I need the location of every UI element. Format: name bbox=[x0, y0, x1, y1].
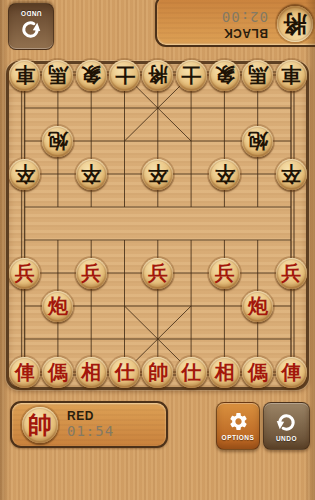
black-player-timer: 02:00 bbox=[221, 9, 268, 25]
piece-glyph: 象 bbox=[81, 65, 101, 85]
piece-black[interactable]: 卒 bbox=[209, 159, 240, 190]
piece-red[interactable]: 俥 bbox=[9, 357, 40, 388]
piece-black[interactable]: 馬 bbox=[242, 60, 273, 91]
board-point: 兵 bbox=[75, 257, 108, 290]
board-point: 兵 bbox=[8, 257, 41, 290]
board-point: 帥 bbox=[141, 356, 174, 389]
piece-glyph: 兵 bbox=[15, 263, 35, 283]
piece-glyph: 卒 bbox=[281, 164, 301, 184]
piece-black[interactable]: 將 bbox=[142, 60, 173, 91]
piece-glyph: 俥 bbox=[15, 362, 35, 382]
piece-black[interactable]: 卒 bbox=[9, 159, 40, 190]
piece-glyph: 士 bbox=[115, 65, 135, 85]
piece-glyph: 車 bbox=[15, 65, 35, 85]
piece-red[interactable]: 兵 bbox=[9, 258, 40, 289]
piece-glyph: 馬 bbox=[248, 65, 268, 85]
piece-glyph: 炮 bbox=[248, 131, 268, 151]
piece-red[interactable]: 兵 bbox=[209, 258, 240, 289]
piece-glyph: 炮 bbox=[48, 296, 68, 316]
piece-red[interactable]: 兵 bbox=[142, 258, 173, 289]
red-player-timer: 01:54 bbox=[67, 423, 114, 439]
piece-black[interactable]: 卒 bbox=[76, 159, 107, 190]
undo-button-red[interactable]: UNDO bbox=[263, 402, 310, 450]
xiangqi-board[interactable]: 車馬象士將士象馬車炮炮卒卒卒卒卒兵兵兵兵兵炮炮俥傌相仕帥仕相傌俥 bbox=[6, 61, 309, 390]
xiangqi-board-grid[interactable]: 車馬象士將士象馬車炮炮卒卒卒卒卒兵兵兵兵兵炮炮俥傌相仕帥仕相傌俥 bbox=[8, 59, 308, 389]
board-point: 相 bbox=[75, 356, 108, 389]
options-button-label: OPTIONS bbox=[222, 434, 255, 441]
piece-black[interactable]: 馬 bbox=[42, 60, 73, 91]
piece-glyph: 相 bbox=[215, 362, 235, 382]
undo-button-black[interactable]: UNDO bbox=[8, 3, 54, 50]
red-player-panel: 帥 RED 01:54 bbox=[10, 401, 168, 448]
board-point: 俥 bbox=[275, 356, 308, 389]
board-point: 兵 bbox=[208, 257, 241, 290]
board-point: 馬 bbox=[241, 59, 274, 92]
black-avatar-glyph: 將 bbox=[283, 12, 307, 36]
undo-button-label: UNDO bbox=[20, 11, 41, 18]
board-point: 卒 bbox=[141, 158, 174, 191]
piece-red[interactable]: 仕 bbox=[176, 357, 207, 388]
piece-black[interactable]: 卒 bbox=[276, 159, 307, 190]
board-point: 仕 bbox=[175, 356, 208, 389]
piece-glyph: 炮 bbox=[48, 131, 68, 151]
piece-glyph: 炮 bbox=[248, 296, 268, 316]
black-player-name: BLACK bbox=[221, 25, 268, 39]
piece-black[interactable]: 車 bbox=[276, 60, 307, 91]
piece-glyph: 俥 bbox=[281, 362, 301, 382]
piece-glyph: 卒 bbox=[81, 164, 101, 184]
piece-glyph: 傌 bbox=[248, 362, 268, 382]
board-point: 仕 bbox=[108, 356, 141, 389]
red-player-name: RED bbox=[67, 410, 114, 424]
piece-glyph: 卒 bbox=[15, 164, 35, 184]
piece-glyph: 帥 bbox=[148, 362, 168, 382]
piece-black[interactable]: 炮 bbox=[42, 126, 73, 157]
piece-glyph: 相 bbox=[81, 362, 101, 382]
piece-glyph: 卒 bbox=[215, 164, 235, 184]
piece-glyph: 兵 bbox=[148, 263, 168, 283]
board-point: 卒 bbox=[75, 158, 108, 191]
board-point: 車 bbox=[275, 59, 308, 92]
piece-red[interactable]: 相 bbox=[76, 357, 107, 388]
board-point: 炮 bbox=[41, 290, 74, 323]
piece-black[interactable]: 卒 bbox=[142, 159, 173, 190]
piece-black[interactable]: 士 bbox=[109, 60, 140, 91]
piece-glyph: 仕 bbox=[115, 362, 135, 382]
piece-glyph: 兵 bbox=[81, 263, 101, 283]
piece-glyph: 兵 bbox=[215, 263, 235, 283]
board-point: 將 bbox=[141, 59, 174, 92]
piece-red[interactable]: 兵 bbox=[76, 258, 107, 289]
piece-black[interactable]: 士 bbox=[176, 60, 207, 91]
board-point: 象 bbox=[208, 59, 241, 92]
piece-black[interactable]: 車 bbox=[9, 60, 40, 91]
board-point: 車 bbox=[8, 59, 41, 92]
board-point: 象 bbox=[75, 59, 108, 92]
piece-glyph: 車 bbox=[281, 65, 301, 85]
undo-icon bbox=[20, 20, 43, 43]
piece-black[interactable]: 象 bbox=[76, 60, 107, 91]
black-player-panel: 將 BLACK 02:00 bbox=[155, 0, 315, 47]
board-point: 兵 bbox=[275, 257, 308, 290]
piece-glyph: 卒 bbox=[148, 164, 168, 184]
options-button[interactable]: OPTIONS bbox=[216, 402, 260, 450]
board-point: 傌 bbox=[241, 356, 274, 389]
board-point: 士 bbox=[108, 59, 141, 92]
board-point: 炮 bbox=[241, 125, 274, 158]
piece-glyph: 馬 bbox=[48, 65, 68, 85]
piece-black[interactable]: 象 bbox=[209, 60, 240, 91]
board-point: 兵 bbox=[141, 257, 174, 290]
piece-glyph: 象 bbox=[215, 65, 235, 85]
piece-red[interactable]: 炮 bbox=[242, 291, 273, 322]
undo-icon bbox=[275, 410, 298, 433]
board-point: 炮 bbox=[41, 125, 74, 158]
board-point: 卒 bbox=[275, 158, 308, 191]
red-general-avatar: 帥 bbox=[22, 407, 58, 443]
board-point: 傌 bbox=[41, 356, 74, 389]
piece-red[interactable]: 炮 bbox=[42, 291, 73, 322]
piece-glyph: 兵 bbox=[281, 263, 301, 283]
piece-glyph: 將 bbox=[148, 65, 168, 85]
piece-red[interactable]: 傌 bbox=[42, 357, 73, 388]
piece-red[interactable]: 仕 bbox=[109, 357, 140, 388]
piece-black[interactable]: 炮 bbox=[242, 126, 273, 157]
board-point: 相 bbox=[208, 356, 241, 389]
piece-red[interactable]: 傌 bbox=[242, 357, 273, 388]
gear-icon bbox=[228, 411, 249, 432]
board-point: 卒 bbox=[8, 158, 41, 191]
board-inner: 車馬象士將士象馬車炮炮卒卒卒卒卒兵兵兵兵兵炮炮俥傌相仕帥仕相傌俥 bbox=[9, 64, 306, 387]
board-point: 馬 bbox=[41, 59, 74, 92]
app-screen: UNDO 將 BLACK 02:00 車馬象士將士象馬車炮炮卒卒卒卒卒兵兵兵兵兵… bbox=[0, 0, 315, 500]
board-point: 卒 bbox=[208, 158, 241, 191]
piece-red[interactable]: 兵 bbox=[276, 258, 307, 289]
piece-red[interactable]: 相 bbox=[209, 357, 240, 388]
undo-button-label: UNDO bbox=[276, 435, 297, 442]
piece-red[interactable]: 俥 bbox=[276, 357, 307, 388]
piece-red[interactable]: 帥 bbox=[142, 357, 173, 388]
board-point: 炮 bbox=[241, 290, 274, 323]
black-general-avatar: 將 bbox=[277, 6, 313, 42]
board-point: 士 bbox=[175, 59, 208, 92]
board-point: 俥 bbox=[8, 356, 41, 389]
piece-glyph: 仕 bbox=[181, 362, 201, 382]
piece-glyph: 士 bbox=[181, 65, 201, 85]
red-avatar-glyph: 帥 bbox=[28, 413, 52, 437]
piece-glyph: 傌 bbox=[48, 362, 68, 382]
